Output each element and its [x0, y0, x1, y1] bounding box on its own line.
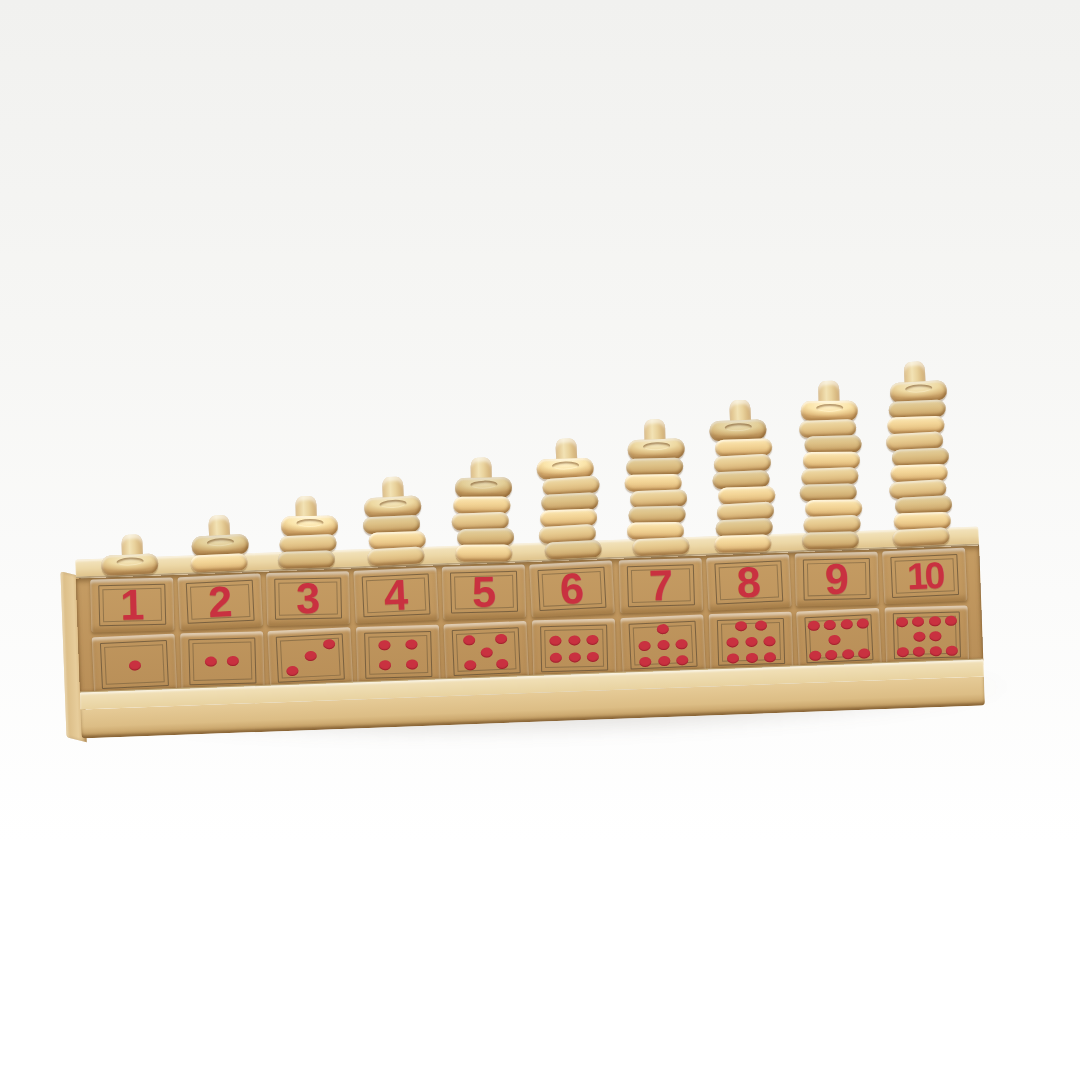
dot-tile-6[interactable]: [532, 618, 617, 678]
number-tile-2[interactable]: 2: [178, 573, 263, 630]
dot-tile-frame: [364, 631, 432, 679]
ring-3-3[interactable]: [278, 550, 335, 568]
number-tile-4[interactable]: 4: [354, 567, 439, 624]
ring-stack-6[interactable]: [538, 437, 601, 560]
dot-tile-8[interactable]: [708, 612, 793, 672]
counting-board: 12345678910: [75, 526, 985, 737]
dot-tile-1[interactable]: [92, 634, 178, 696]
ring-stack-8[interactable]: [712, 399, 776, 553]
numeral-label: 7: [618, 558, 703, 613]
ring-stack-5[interactable]: [452, 457, 511, 562]
red-dot: [745, 652, 757, 662]
dot-tile-10[interactable]: [884, 605, 969, 665]
numeral-label: 10: [882, 548, 967, 605]
red-dot: [754, 621, 766, 631]
red-dot: [639, 656, 651, 667]
red-dot: [675, 639, 687, 650]
ring-8-8[interactable]: [715, 534, 772, 553]
ring-3-1[interactable]: [281, 516, 338, 537]
ring-stack-2[interactable]: [190, 514, 250, 573]
ring-5-1[interactable]: [455, 477, 512, 498]
dot-tile-7[interactable]: [620, 614, 706, 676]
number-tile-10[interactable]: 10: [882, 548, 967, 605]
stacks-row: [83, 360, 965, 576]
ring-4-4[interactable]: [367, 546, 425, 566]
ring-stack-3[interactable]: [278, 495, 337, 568]
red-dot: [726, 637, 738, 647]
red-dot: [763, 652, 775, 662]
red-dot: [745, 637, 757, 647]
red-dot: [638, 641, 650, 652]
dot-tile-frame-inner: [369, 635, 429, 675]
dot-tile-frame: [541, 625, 609, 673]
numeral-label: 4: [354, 567, 439, 624]
ring-stack-9[interactable]: [800, 380, 861, 549]
numeral-label: 8: [706, 554, 792, 611]
dot-tile-2[interactable]: [180, 631, 265, 691]
red-dot: [675, 655, 687, 666]
ring-stack-1[interactable]: [103, 533, 161, 575]
backdrop: 12345678910: [0, 0, 1080, 1080]
numeral-label: 9: [794, 552, 878, 607]
ring-9-1[interactable]: [801, 401, 858, 422]
number-tile-5[interactable]: 5: [442, 564, 527, 619]
numeral-label: 2: [178, 573, 263, 630]
dot-tile-frame: [188, 637, 256, 685]
number-tile-3[interactable]: 3: [266, 571, 350, 626]
red-dot: [763, 636, 775, 646]
ring-stack-10[interactable]: [885, 360, 950, 546]
ring-7-7[interactable]: [632, 537, 690, 556]
ring-9-9[interactable]: [802, 531, 859, 549]
number-tile-7[interactable]: 7: [618, 558, 703, 613]
number-tile-9[interactable]: 9: [794, 552, 878, 607]
numeral-label: 6: [530, 560, 616, 617]
red-dot: [734, 621, 746, 631]
number-tile-1[interactable]: 1: [90, 578, 174, 633]
ring-5-5[interactable]: [455, 544, 512, 561]
ring-5-4[interactable]: [457, 528, 514, 546]
ring-2-2[interactable]: [190, 553, 248, 572]
red-dot: [656, 640, 668, 651]
numeral-label: 1: [90, 578, 174, 633]
ring-stack-4[interactable]: [364, 476, 425, 566]
dot-tile-4[interactable]: [356, 625, 441, 685]
ring-6-6[interactable]: [545, 540, 603, 560]
red-dot: [727, 653, 739, 663]
ring-10-10[interactable]: [892, 527, 950, 547]
ring-1-1[interactable]: [101, 553, 159, 576]
dot-tile-frame-inner: [192, 642, 252, 682]
ring-9-3[interactable]: [804, 435, 861, 453]
number-tile-8[interactable]: 8: [706, 554, 792, 611]
numeral-label: 3: [266, 571, 350, 626]
dot-tile-9[interactable]: [796, 608, 882, 670]
ring-stack-7[interactable]: [626, 419, 687, 557]
dot-tile-3[interactable]: [268, 627, 354, 689]
numeral-label: 5: [442, 564, 527, 619]
number-tile-6[interactable]: 6: [530, 560, 616, 617]
red-dot: [656, 624, 668, 635]
red-dot: [657, 656, 669, 667]
dot-tile-5[interactable]: [444, 621, 530, 683]
